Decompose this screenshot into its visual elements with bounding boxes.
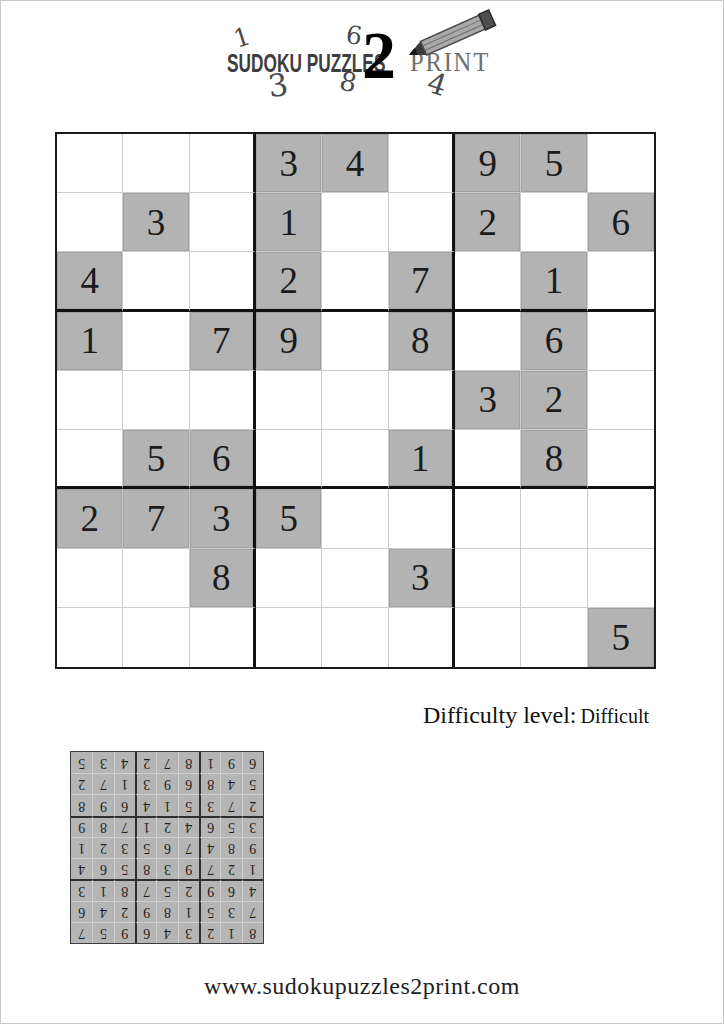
puzzle-cell-r5c8: 2 [521,371,587,430]
puzzle-cell-r3c3 [190,252,256,311]
solution-cell-r1c9: 7 [71,922,92,943]
puzzle-cell-r1c6 [389,134,455,193]
puzzle-cell-r9c9: 5 [588,608,654,667]
sudoku-puzzle-grid: 349531264271179863256182735835 [55,132,656,669]
puzzle-cell-r3c2 [123,252,189,311]
puzzle-cell-r1c1 [57,134,123,193]
solution-cell-r3c2: 6 [220,879,241,900]
solution-cell-r3c9: 3 [71,879,92,900]
puzzle-cell-r7c1: 2 [57,489,123,548]
solution-cell-r1c3: 2 [199,922,220,943]
solution-cell-r8c4: 6 [178,773,199,794]
difficulty-line: Difficulty level: Difficult [423,702,649,729]
puzzle-cell-r8c1 [57,549,123,608]
solution-cell-r4c4: 9 [178,858,199,879]
puzzle-cell-r6c6: 1 [389,430,455,489]
puzzle-cell-r2c4: 1 [256,193,322,252]
puzzle-cell-r9c8 [521,608,587,667]
puzzle-cell-r2c1 [57,193,123,252]
solution-cell-r7c2: 7 [220,794,241,815]
puzzle-cell-r8c7 [455,549,521,608]
puzzle-cell-r6c2: 5 [123,430,189,489]
puzzle-cell-r1c9 [588,134,654,193]
puzzle-cell-r8c9 [588,549,654,608]
puzzle-cell-r1c7: 9 [455,134,521,193]
footer-url[interactable]: www.sudokupuzzles2print.com [1,973,723,1000]
solution-cell-r3c6: 7 [135,879,156,900]
solution-cell-r2c9: 6 [71,901,92,922]
puzzle-cell-r4c3: 7 [190,312,256,371]
solution-cell-r7c7: 6 [114,794,135,815]
solution-cell-r8c5: 9 [156,773,177,794]
puzzle-cell-r9c2 [123,608,189,667]
solution-cell-r5c8: 2 [92,837,113,858]
puzzle-cell-r2c9: 6 [588,193,654,252]
puzzle-cell-r9c7 [455,608,521,667]
puzzle-cell-r8c2 [123,549,189,608]
solution-cell-r6c5: 2 [156,816,177,837]
puzzle-cell-r5c3 [190,371,256,430]
solution-cell-r9c3: 1 [199,752,220,773]
solution-cell-r4c8: 6 [92,858,113,879]
solution-cell-r9c2: 9 [220,752,241,773]
solution-cell-r5c2: 8 [220,837,241,858]
solution-cell-r1c7: 9 [114,922,135,943]
solution-cell-r1c1: 8 [242,922,263,943]
solution-cell-r1c5: 4 [156,922,177,943]
puzzle-cell-r6c3: 6 [190,430,256,489]
puzzle-cell-r7c3: 3 [190,489,256,548]
solution-cell-r8c6: 3 [135,773,156,794]
puzzle-cell-r5c1 [57,371,123,430]
puzzle-cell-r7c9 [588,489,654,548]
solution-cell-r7c3: 3 [199,794,220,815]
puzzle-cell-r4c7 [455,312,521,371]
puzzle-cell-r4c9 [588,312,654,371]
puzzle-cell-r9c4 [256,608,322,667]
solution-cell-r6c2: 5 [220,816,241,837]
puzzle-cell-r4c1: 1 [57,312,123,371]
puzzle-cell-r1c2 [123,134,189,193]
solution-cell-r9c1: 6 [242,752,263,773]
solution-cell-r4c3: 7 [199,858,220,879]
solution-cell-r3c1: 4 [242,879,263,900]
puzzle-cell-r2c6 [389,193,455,252]
solution-cell-r2c4: 1 [178,901,199,922]
solution-cell-r5c6: 5 [135,837,156,858]
puzzle-cell-r4c6: 8 [389,312,455,371]
puzzle-cell-r7c8 [521,489,587,548]
puzzle-cell-r1c3 [190,134,256,193]
solution-cell-r8c3: 8 [199,773,220,794]
puzzle-cell-r6c9 [588,430,654,489]
puzzle-cell-r7c6 [389,489,455,548]
puzzle-cell-r6c8: 8 [521,430,587,489]
puzzle-cell-r3c5 [322,252,388,311]
solution-cell-r8c2: 4 [220,773,241,794]
puzzle-cell-r3c6: 7 [389,252,455,311]
solution-cell-r7c4: 5 [178,794,199,815]
solution-cell-r9c8: 3 [92,752,113,773]
puzzle-cell-r5c6 [389,371,455,430]
puzzle-cell-r5c2 [123,371,189,430]
solution-cell-r2c2: 3 [220,901,241,922]
puzzle-cell-r3c4: 2 [256,252,322,311]
solution-cell-r5c9: 1 [71,837,92,858]
solution-cell-r9c4: 8 [178,752,199,773]
puzzle-cell-r6c1 [57,430,123,489]
solution-cell-r6c9: 9 [71,816,92,837]
logo-big-2: 2 [362,21,396,89]
logo-scatter-digit-6: 6 [344,20,364,51]
solution-cell-r9c6: 2 [135,752,156,773]
solution-cell-r6c1: 3 [242,816,263,837]
puzzle-cell-r9c1 [57,608,123,667]
solution-cell-r3c3: 9 [199,879,220,900]
puzzle-cell-r5c4 [256,371,322,430]
solution-cell-r3c5: 5 [156,879,177,900]
puzzle-cell-r8c5 [322,549,388,608]
puzzle-cell-r5c5 [322,371,388,430]
sudoku-print-page: 1 6 3 8 4 SUDOKU PUZZLES 2 PRINT 3495312… [0,0,724,1024]
puzzle-cell-r4c5 [322,312,388,371]
puzzle-cell-r3c7 [455,252,521,311]
puzzle-cell-r7c4: 5 [256,489,322,548]
solution-cell-r6c7: 7 [114,816,135,837]
puzzle-cell-r1c4: 3 [256,134,322,193]
solution-cell-r6c4: 4 [178,816,199,837]
puzzle-cell-r2c3 [190,193,256,252]
solution-cell-r8c9: 2 [71,773,92,794]
solution-cell-r8c7: 1 [114,773,135,794]
solution-cell-r6c8: 8 [92,816,113,837]
puzzle-cell-r6c4 [256,430,322,489]
solution-cell-r4c5: 3 [156,858,177,879]
puzzle-cell-r7c5 [322,489,388,548]
solution-cell-r2c5: 8 [156,901,177,922]
puzzle-cell-r9c5 [322,608,388,667]
puzzle-cell-r9c3 [190,608,256,667]
puzzle-cell-r3c8: 1 [521,252,587,311]
difficulty-value: Difficult [580,705,649,727]
puzzle-cell-r2c8 [521,193,587,252]
solution-cell-r2c1: 7 [242,901,263,922]
solution-cell-r5c5: 6 [156,837,177,858]
solution-cell-r1c8: 5 [92,922,113,943]
solution-cell-r2c7: 2 [114,901,135,922]
solution-cell-r5c3: 4 [199,837,220,858]
puzzle-cell-r5c7: 3 [455,371,521,430]
puzzle-cell-r4c4: 9 [256,312,322,371]
difficulty-label: Difficulty level: [423,702,577,728]
solution-cell-r3c7: 8 [114,879,135,900]
puzzle-cell-r1c5: 4 [322,134,388,193]
solution-cell-r1c2: 1 [220,922,241,943]
puzzle-cell-r3c1: 4 [57,252,123,311]
solution-cell-r7c1: 2 [242,794,263,815]
solution-cell-r7c6: 4 [135,794,156,815]
solution-cell-r8c8: 7 [92,773,113,794]
puzzle-cell-r1c8: 5 [521,134,587,193]
solution-cell-r5c7: 3 [114,837,135,858]
solution-cell-r9c5: 7 [156,752,177,773]
solution-cell-r4c1: 1 [242,858,263,879]
puzzle-cell-r3c9 [588,252,654,311]
puzzle-cell-r2c5 [322,193,388,252]
solution-cell-r1c4: 3 [178,922,199,943]
solution-cell-r3c4: 2 [178,879,199,900]
solution-cell-r7c8: 9 [92,794,113,815]
solution-cell-r9c7: 4 [114,752,135,773]
puzzle-cell-r2c7: 2 [455,193,521,252]
puzzle-cell-r8c6: 3 [389,549,455,608]
solution-cell-r5c1: 9 [242,837,263,858]
solution-cell-r7c9: 8 [71,794,92,815]
solution-cell-r4c9: 4 [71,858,92,879]
solution-cell-r2c3: 5 [199,901,220,922]
puzzle-cell-r4c8: 6 [521,312,587,371]
solution-cell-r6c3: 6 [199,816,220,837]
puzzle-cell-r7c7 [455,489,521,548]
solution-cell-r6c6: 1 [135,816,156,837]
puzzle-cell-r8c3: 8 [190,549,256,608]
solution-cell-r2c6: 9 [135,901,156,922]
solution-cell-r3c8: 1 [92,879,113,900]
puzzle-cell-r2c2: 3 [123,193,189,252]
solution-cell-r4c7: 5 [114,858,135,879]
solution-cell-r1c6: 6 [135,922,156,943]
puzzle-cell-r6c5 [322,430,388,489]
solution-cell-r8c1: 5 [242,773,263,794]
solution-cell-r7c5: 1 [156,794,177,815]
puzzle-cell-r8c4 [256,549,322,608]
solution-cell-r2c8: 4 [92,901,113,922]
puzzle-cell-r5c9 [588,371,654,430]
solution-cell-r4c2: 2 [220,858,241,879]
solution-cell-r4c6: 8 [135,858,156,879]
solution-cell-r9c9: 5 [71,752,92,773]
sudoku-solution-grid-rotated: 8123469577351892464692578131279385649847… [70,751,264,944]
puzzle-cell-r8c8 [521,549,587,608]
pencil-icon [399,7,503,65]
puzzle-cell-r4c2 [123,312,189,371]
puzzle-cell-r7c2: 7 [123,489,189,548]
puzzle-cell-r6c7 [455,430,521,489]
solution-cell-r5c4: 7 [178,837,199,858]
puzzle-cell-r9c6 [389,608,455,667]
